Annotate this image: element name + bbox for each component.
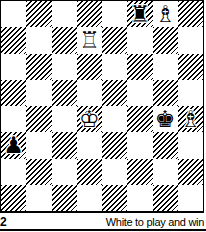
white-king[interactable]: ♚♔ <box>77 107 102 132</box>
square-g8[interactable]: ♝♗ <box>153 1 178 27</box>
square-h1[interactable] <box>178 185 203 211</box>
square-f4[interactable] <box>127 106 152 132</box>
square-d8[interactable] <box>77 1 102 27</box>
square-e2[interactable] <box>102 159 127 185</box>
piece-glyph: ♗ <box>178 107 203 132</box>
square-a8[interactable] <box>1 1 26 27</box>
square-b4[interactable] <box>26 106 51 132</box>
square-d2[interactable] <box>77 159 102 185</box>
piece-glyph: ♟ <box>1 133 26 158</box>
black-rook[interactable]: ♜♜ <box>127 2 152 27</box>
square-a5[interactable] <box>1 80 26 106</box>
square-h3[interactable] <box>178 132 203 158</box>
square-h5[interactable] <box>178 80 203 106</box>
square-b6[interactable] <box>26 54 51 80</box>
square-a2[interactable] <box>1 159 26 185</box>
piece-glyph: ♗ <box>153 2 178 27</box>
caption-text: White to play and win <box>106 216 204 228</box>
white-bishop[interactable]: ♝♗ <box>178 107 203 132</box>
square-c3[interactable] <box>52 132 77 158</box>
square-e3[interactable] <box>102 132 127 158</box>
square-g3[interactable] <box>153 132 178 158</box>
square-b3[interactable] <box>26 132 51 158</box>
square-e4[interactable] <box>102 106 127 132</box>
square-b8[interactable] <box>26 1 51 27</box>
square-h2[interactable] <box>178 159 203 185</box>
square-c6[interactable] <box>52 54 77 80</box>
square-h6[interactable] <box>178 54 203 80</box>
square-c7[interactable] <box>52 27 77 53</box>
square-c8[interactable] <box>52 1 77 27</box>
bottom-rule <box>0 229 206 231</box>
square-d5[interactable] <box>77 80 102 106</box>
square-a6[interactable] <box>1 54 26 80</box>
piece-glyph: ♜ <box>127 2 152 27</box>
square-c5[interactable] <box>52 80 77 106</box>
black-king[interactable]: ♚♚ <box>153 107 178 132</box>
square-e7[interactable] <box>102 27 127 53</box>
square-e1[interactable] <box>102 185 127 211</box>
square-d7[interactable]: ♜♖ <box>77 27 102 53</box>
square-h4[interactable]: ♝♗ <box>178 106 203 132</box>
square-f1[interactable] <box>127 185 152 211</box>
square-g6[interactable] <box>153 54 178 80</box>
square-e5[interactable] <box>102 80 127 106</box>
square-c4[interactable] <box>52 106 77 132</box>
square-d1[interactable] <box>77 185 102 211</box>
white-bishop[interactable]: ♝♗ <box>153 2 178 27</box>
square-f6[interactable] <box>127 54 152 80</box>
square-f2[interactable] <box>127 159 152 185</box>
square-d3[interactable] <box>77 132 102 158</box>
black-pawn[interactable]: ♟♟ <box>1 133 26 158</box>
square-g4[interactable]: ♚♚ <box>153 106 178 132</box>
square-g5[interactable] <box>153 80 178 106</box>
square-h8[interactable] <box>178 1 203 27</box>
square-g7[interactable] <box>153 27 178 53</box>
piece-glyph: ♚ <box>153 107 178 132</box>
diagram-number: 2 <box>0 215 7 229</box>
square-h7[interactable] <box>178 27 203 53</box>
square-d6[interactable] <box>77 54 102 80</box>
square-a4[interactable] <box>1 106 26 132</box>
square-d4[interactable]: ♚♔ <box>77 106 102 132</box>
square-a1[interactable] <box>1 185 26 211</box>
square-b5[interactable] <box>26 80 51 106</box>
chess-board: ♜♜♝♗♜♖♚♔♚♚♝♗♟♟ <box>0 0 204 213</box>
square-b2[interactable] <box>26 159 51 185</box>
square-f7[interactable] <box>127 27 152 53</box>
square-c2[interactable] <box>52 159 77 185</box>
square-f3[interactable] <box>127 132 152 158</box>
white-rook[interactable]: ♜♖ <box>77 28 102 53</box>
caption-bar: 2 White to play and win <box>1 215 204 228</box>
square-g2[interactable] <box>153 159 178 185</box>
square-f8[interactable]: ♜♜ <box>127 1 152 27</box>
square-b7[interactable] <box>26 27 51 53</box>
square-b1[interactable] <box>26 185 51 211</box>
square-g1[interactable] <box>153 185 178 211</box>
square-e8[interactable] <box>102 1 127 27</box>
square-c1[interactable] <box>52 185 77 211</box>
piece-glyph: ♔ <box>77 107 102 132</box>
square-a3[interactable]: ♟♟ <box>1 132 26 158</box>
piece-glyph: ♖ <box>77 28 102 53</box>
square-a7[interactable] <box>1 27 26 53</box>
square-e6[interactable] <box>102 54 127 80</box>
square-f5[interactable] <box>127 80 152 106</box>
